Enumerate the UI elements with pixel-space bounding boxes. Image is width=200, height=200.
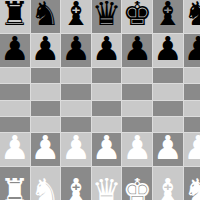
black-pawn[interactable]: ♟ — [61, 32, 91, 65]
square-d2[interactable]: ♟ — [92, 133, 122, 166]
square-g7[interactable]: ♟ — [184, 34, 200, 67]
square-b5[interactable] — [31, 84, 61, 99]
square-c6[interactable] — [61, 68, 91, 83]
white-rook[interactable]: ♜ — [0, 174, 30, 200]
square-f2[interactable]: ♟ — [153, 133, 183, 166]
square-d5[interactable] — [92, 84, 122, 99]
square-b2[interactable]: ♟ — [31, 133, 61, 166]
square-d4[interactable] — [92, 101, 122, 116]
square-b4[interactable] — [31, 101, 61, 116]
square-d6[interactable] — [92, 68, 122, 83]
black-knight[interactable]: ♞ — [31, 0, 61, 30]
black-bishop[interactable]: ♝ — [153, 0, 183, 30]
square-c7[interactable]: ♟ — [61, 34, 91, 67]
square-g6[interactable] — [184, 68, 200, 83]
white-bishop[interactable]: ♝ — [61, 174, 91, 200]
black-rook[interactable]: ♜ — [0, 0, 30, 30]
square-c2[interactable]: ♟ — [61, 133, 91, 166]
square-e4[interactable] — [122, 101, 152, 116]
white-pawn[interactable]: ♟ — [61, 131, 91, 164]
chess-board: ♜♞♝♛♚♝♞♜♟♟♟♟♟♟♟♟♟♟♟♟♟♟♟♟♜♞♝♛♚♝♞♜ — [0, 0, 200, 200]
square-e1[interactable]: ♚ — [122, 167, 152, 200]
square-d1[interactable]: ♛ — [92, 167, 122, 200]
square-a6[interactable] — [0, 68, 30, 83]
black-pawn[interactable]: ♟ — [153, 32, 183, 65]
white-pawn[interactable]: ♟ — [153, 131, 183, 164]
white-pawn[interactable]: ♟ — [92, 131, 122, 164]
square-b7[interactable]: ♟ — [31, 34, 61, 67]
white-pawn[interactable]: ♟ — [31, 131, 61, 164]
white-bishop[interactable]: ♝ — [153, 174, 183, 200]
black-knight[interactable]: ♞ — [184, 0, 200, 30]
square-a7[interactable]: ♟ — [0, 34, 30, 67]
white-pawn[interactable]: ♟ — [122, 131, 152, 164]
square-g1[interactable]: ♞ — [184, 167, 200, 200]
square-c4[interactable] — [61, 101, 91, 116]
square-f6[interactable] — [153, 68, 183, 83]
black-pawn[interactable]: ♟ — [92, 32, 122, 65]
white-pawn[interactable]: ♟ — [0, 131, 30, 164]
black-queen[interactable]: ♛ — [92, 0, 122, 30]
square-g4[interactable] — [184, 101, 200, 116]
white-knight[interactable]: ♞ — [184, 174, 200, 200]
square-f7[interactable]: ♟ — [153, 34, 183, 67]
square-a4[interactable] — [0, 101, 30, 116]
square-e7[interactable]: ♟ — [122, 34, 152, 67]
square-e5[interactable] — [122, 84, 152, 99]
square-f1[interactable]: ♝ — [153, 167, 183, 200]
square-b1[interactable]: ♞ — [31, 167, 61, 200]
white-knight[interactable]: ♞ — [31, 174, 61, 200]
square-f5[interactable] — [153, 84, 183, 99]
black-pawn[interactable]: ♟ — [0, 32, 30, 65]
square-c5[interactable] — [61, 84, 91, 99]
square-a1[interactable]: ♜ — [0, 167, 30, 200]
square-e6[interactable] — [122, 68, 152, 83]
black-bishop[interactable]: ♝ — [61, 0, 91, 30]
black-pawn[interactable]: ♟ — [184, 32, 200, 65]
white-pawn[interactable]: ♟ — [184, 131, 200, 164]
black-pawn[interactable]: ♟ — [122, 32, 152, 65]
square-a2[interactable]: ♟ — [0, 133, 30, 166]
square-c1[interactable]: ♝ — [61, 167, 91, 200]
white-king[interactable]: ♚ — [122, 174, 152, 200]
square-g5[interactable] — [184, 84, 200, 99]
black-pawn[interactable]: ♟ — [31, 32, 61, 65]
square-b6[interactable] — [31, 68, 61, 83]
white-queen[interactable]: ♛ — [92, 174, 122, 200]
square-e2[interactable]: ♟ — [122, 133, 152, 166]
square-d7[interactable]: ♟ — [92, 34, 122, 67]
square-g2[interactable]: ♟ — [184, 133, 200, 166]
square-f4[interactable] — [153, 101, 183, 116]
square-a5[interactable] — [0, 84, 30, 99]
black-king[interactable]: ♚ — [122, 0, 152, 30]
